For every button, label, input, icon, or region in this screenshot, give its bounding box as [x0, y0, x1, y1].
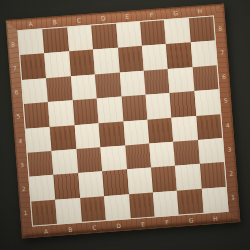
file-label-c: C — [82, 221, 107, 234]
square-c7[interactable] — [69, 50, 95, 76]
file-label-e: E — [115, 10, 140, 23]
square-b8[interactable] — [43, 27, 69, 53]
square-e8[interactable] — [116, 22, 142, 48]
file-label-h: H — [203, 212, 228, 225]
square-e2[interactable] — [127, 168, 153, 194]
file-label-g: G — [179, 214, 204, 227]
square-d8[interactable] — [91, 24, 117, 50]
rank-label-7: 7 — [216, 40, 229, 65]
square-e7[interactable] — [118, 46, 144, 72]
square-b2[interactable] — [54, 173, 80, 199]
square-c6[interactable] — [71, 74, 97, 100]
rank-label-4: 4 — [221, 113, 234, 138]
rank-label-1: 1 — [227, 185, 240, 210]
playing-area — [17, 15, 228, 226]
square-f3[interactable] — [149, 142, 175, 168]
file-label-c: C — [66, 14, 91, 27]
square-f8[interactable] — [140, 20, 166, 46]
square-d7[interactable] — [93, 48, 119, 74]
square-c2[interactable] — [78, 171, 104, 197]
rank-label-1: 1 — [19, 201, 32, 226]
square-g2[interactable] — [175, 164, 201, 190]
file-label-d: D — [91, 12, 116, 25]
rank-label-6: 6 — [218, 64, 231, 89]
rank-label-8: 8 — [7, 32, 20, 57]
rank-label-6: 6 — [10, 80, 23, 105]
square-h1[interactable] — [201, 187, 227, 213]
square-f7[interactable] — [142, 44, 168, 70]
square-f4[interactable] — [147, 117, 173, 143]
square-e4[interactable] — [123, 119, 149, 145]
square-h5[interactable] — [194, 89, 220, 115]
square-e6[interactable] — [119, 71, 145, 97]
square-b6[interactable] — [46, 76, 72, 102]
board-grid — [18, 16, 227, 225]
file-label-f: F — [139, 8, 164, 21]
file-label-f: F — [155, 216, 180, 229]
square-f6[interactable] — [144, 69, 170, 95]
file-label-b: B — [58, 223, 83, 236]
square-d4[interactable] — [99, 121, 125, 147]
square-d2[interactable] — [102, 170, 128, 196]
rank-label-4: 4 — [14, 128, 27, 153]
square-e5[interactable] — [121, 95, 147, 121]
square-d5[interactable] — [97, 97, 123, 123]
square-g4[interactable] — [172, 116, 198, 142]
square-b4[interactable] — [50, 125, 76, 151]
square-b5[interactable] — [48, 100, 74, 126]
square-h2[interactable] — [200, 162, 226, 188]
square-d3[interactable] — [101, 145, 127, 171]
square-g1[interactable] — [177, 188, 203, 214]
rank-label-5: 5 — [12, 104, 25, 129]
file-label-a: A — [34, 225, 59, 238]
square-a1[interactable] — [31, 199, 57, 225]
rank-label-2: 2 — [225, 161, 238, 186]
square-h3[interactable] — [198, 138, 224, 164]
square-h4[interactable] — [196, 114, 222, 140]
square-c3[interactable] — [76, 147, 102, 173]
rank-label-2: 2 — [17, 177, 30, 202]
square-h8[interactable] — [189, 16, 215, 42]
square-g8[interactable] — [164, 18, 190, 44]
square-h7[interactable] — [190, 41, 216, 67]
square-a6[interactable] — [22, 78, 48, 104]
rank-label-3: 3 — [223, 137, 236, 162]
square-b1[interactable] — [56, 198, 82, 224]
square-b3[interactable] — [52, 149, 78, 175]
square-b7[interactable] — [45, 52, 71, 78]
square-a5[interactable] — [24, 102, 50, 128]
square-c4[interactable] — [74, 123, 100, 149]
file-label-b: B — [42, 15, 67, 28]
square-d1[interactable] — [104, 194, 130, 220]
rank-label-5: 5 — [219, 89, 232, 114]
square-a8[interactable] — [18, 29, 44, 55]
square-g5[interactable] — [170, 91, 196, 117]
square-g7[interactable] — [166, 43, 192, 69]
square-f2[interactable] — [151, 166, 177, 192]
square-a7[interactable] — [20, 54, 46, 80]
square-d6[interactable] — [95, 72, 121, 98]
photo-scene: ABCDEFGH ABCDEFGH 87654321 87654321 — [0, 0, 250, 250]
square-h6[interactable] — [192, 65, 218, 91]
square-e1[interactable] — [128, 192, 154, 218]
rank-label-7: 7 — [8, 56, 21, 81]
square-g6[interactable] — [168, 67, 194, 93]
square-c1[interactable] — [80, 196, 106, 222]
square-a3[interactable] — [28, 151, 54, 177]
square-c5[interactable] — [73, 99, 99, 125]
square-g3[interactable] — [173, 140, 199, 166]
file-label-e: E — [130, 217, 155, 230]
square-c8[interactable] — [67, 26, 93, 52]
chess-board: ABCDEFGH ABCDEFGH 87654321 87654321 — [6, 4, 241, 239]
square-e3[interactable] — [125, 143, 151, 169]
square-f5[interactable] — [145, 93, 171, 119]
file-label-a: A — [18, 17, 43, 30]
square-a2[interactable] — [29, 175, 55, 201]
square-f1[interactable] — [153, 190, 179, 216]
file-label-h: H — [187, 5, 212, 18]
file-label-g: G — [163, 6, 188, 19]
rank-label-8: 8 — [214, 16, 227, 41]
square-a4[interactable] — [26, 126, 52, 152]
rank-label-3: 3 — [16, 153, 29, 178]
file-label-d: D — [106, 219, 131, 232]
